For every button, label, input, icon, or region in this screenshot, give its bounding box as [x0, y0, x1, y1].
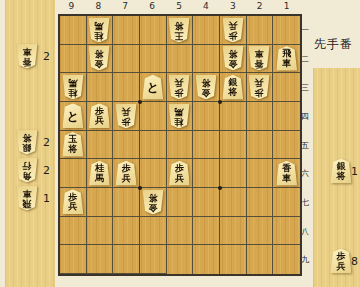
square-1二[interactable]: 飛車 [273, 45, 300, 74]
square-1九[interactable] [273, 245, 300, 274]
file-label-1: 1 [273, 1, 300, 11]
turn-indicator: 先手番 [314, 36, 353, 53]
square-2八[interactable] [247, 217, 274, 246]
square-1四[interactable] [273, 102, 300, 131]
square-3四[interactable] [220, 102, 247, 131]
sente-hand-count-銀将: 1 [351, 165, 358, 178]
square-8七[interactable] [87, 188, 114, 217]
file-label-5: 5 [166, 1, 193, 11]
square-9九[interactable] [60, 245, 87, 274]
gote-hand-飛車[interactable]: 飛車 [16, 185, 38, 211]
gote-piece-桂馬[interactable]: 桂馬 [89, 17, 110, 42]
sente-piece-と[interactable]: と [62, 103, 83, 128]
square-9七[interactable]: 歩兵 [60, 188, 87, 217]
square-2二[interactable]: 香車 [247, 45, 274, 74]
star-point [138, 186, 142, 190]
square-8三[interactable] [87, 73, 114, 102]
shogi-board: 桂馬王将歩兵金将金将香車飛車桂馬と歩兵金将銀将歩兵と歩兵歩兵桂馬玉将桂馬歩兵歩兵… [58, 14, 302, 276]
square-3七[interactable] [220, 188, 247, 217]
square-7二[interactable] [113, 45, 140, 74]
square-6七[interactable]: 金将 [140, 188, 167, 217]
square-6一[interactable] [140, 16, 167, 45]
file-label-9: 9 [58, 1, 85, 11]
gote-hand-銀将[interactable]: 銀将 [16, 129, 38, 155]
square-5七[interactable] [167, 188, 194, 217]
gote-piece-金将[interactable]: 金将 [89, 46, 110, 71]
square-2四[interactable] [247, 102, 274, 131]
square-1七[interactable] [273, 188, 300, 217]
square-3五[interactable] [220, 131, 247, 160]
square-2三[interactable]: 歩兵 [247, 73, 274, 102]
square-4五[interactable] [193, 131, 220, 160]
square-2七[interactable] [247, 188, 274, 217]
square-6八[interactable] [140, 217, 167, 246]
square-5八[interactable] [167, 217, 194, 246]
square-7一[interactable] [113, 16, 140, 45]
sente-piece-玉将[interactable]: 玉将 [62, 132, 83, 157]
square-7八[interactable] [113, 217, 140, 246]
gote-piece-歩兵[interactable]: 歩兵 [249, 75, 270, 100]
square-6三[interactable]: と [140, 73, 167, 102]
square-5四[interactable]: 桂馬 [167, 102, 194, 131]
star-point [218, 186, 222, 190]
square-4三[interactable]: 金将 [193, 73, 220, 102]
square-7三[interactable] [113, 73, 140, 102]
gote-hand-count-香車: 2 [43, 50, 50, 63]
square-9六[interactable] [60, 159, 87, 188]
gote-piece-桂馬[interactable]: 桂馬 [169, 103, 190, 128]
gote-hand-count-銀将: 2 [43, 136, 50, 149]
sente-piece-香車[interactable]: 香車 [276, 161, 297, 186]
square-8六[interactable]: 桂馬 [87, 159, 114, 188]
square-9八[interactable] [60, 217, 87, 246]
square-2一[interactable] [247, 16, 274, 45]
gote-piece-香車[interactable]: 香車 [17, 44, 38, 69]
square-3八[interactable] [220, 217, 247, 246]
square-1八[interactable] [273, 217, 300, 246]
square-8九[interactable] [87, 245, 114, 274]
gote-hand-count-飛車: 1 [43, 192, 50, 205]
file-label-6: 6 [139, 1, 166, 11]
square-8八[interactable] [87, 217, 114, 246]
sente-piece-飛車[interactable]: 飛車 [276, 46, 297, 71]
square-5五[interactable] [167, 131, 194, 160]
gote-piece-飛車[interactable]: 飛車 [17, 186, 38, 211]
square-4七[interactable] [193, 188, 220, 217]
sente-piece-歩兵[interactable]: 歩兵 [89, 103, 110, 128]
square-4九[interactable] [193, 245, 220, 274]
square-1一[interactable] [273, 16, 300, 45]
square-3九[interactable] [220, 245, 247, 274]
square-9五[interactable]: 玉将 [60, 131, 87, 160]
square-5一[interactable]: 王将 [167, 16, 194, 45]
star-point [218, 100, 222, 104]
square-3二[interactable]: 金将 [220, 45, 247, 74]
file-label-2: 2 [246, 1, 273, 11]
sente-piece-歩兵[interactable]: 歩兵 [62, 189, 83, 214]
gote-piece-歩兵[interactable]: 歩兵 [222, 17, 243, 42]
sente-piece-歩兵[interactable]: 歩兵 [331, 249, 352, 274]
gote-piece-金将[interactable]: 金将 [222, 46, 243, 71]
square-3三[interactable]: 銀将 [220, 73, 247, 102]
square-6四[interactable] [140, 102, 167, 131]
gote-piece-金将[interactable]: 金将 [142, 189, 163, 214]
file-labels: 987654321 [58, 1, 300, 11]
sente-piece-歩兵[interactable]: 歩兵 [169, 161, 190, 186]
square-8四[interactable]: 歩兵 [87, 102, 114, 131]
square-9三[interactable]: 桂馬 [60, 73, 87, 102]
square-1六[interactable]: 香車 [273, 159, 300, 188]
sente-piece-銀将[interactable]: 銀将 [222, 75, 243, 100]
gote-piece-王将[interactable]: 王将 [169, 17, 190, 42]
square-7五[interactable] [113, 131, 140, 160]
gote-hand-香車[interactable]: 香車 [16, 43, 38, 69]
gote-piece-歩兵[interactable]: 歩兵 [169, 75, 190, 100]
square-7七[interactable] [113, 188, 140, 217]
gote-piece-銀将[interactable]: 銀将 [17, 130, 38, 155]
square-2五[interactable] [247, 131, 274, 160]
square-4二[interactable] [193, 45, 220, 74]
square-2九[interactable] [247, 245, 274, 274]
shogi-app: 987654321 一二三四五六七八九 先手番 桂馬王将歩兵金将金将香車飛車桂馬… [0, 0, 360, 287]
square-6九[interactable] [140, 245, 167, 274]
gote-piece-桂馬[interactable]: 桂馬 [62, 75, 83, 100]
file-label-4: 4 [192, 1, 219, 11]
file-label-3: 3 [219, 1, 246, 11]
sente-piece-桂馬[interactable]: 桂馬 [89, 161, 110, 186]
gote-piece-角行[interactable]: 角行 [17, 158, 38, 183]
square-5二[interactable] [167, 45, 194, 74]
square-1五[interactable] [273, 131, 300, 160]
square-5六[interactable]: 歩兵 [167, 159, 194, 188]
square-3六[interactable] [220, 159, 247, 188]
square-5三[interactable]: 歩兵 [167, 73, 194, 102]
square-9四[interactable]: と [60, 102, 87, 131]
sente-piece-銀将[interactable]: 銀将 [331, 159, 352, 184]
square-7六[interactable]: 歩兵 [113, 159, 140, 188]
file-label-7: 7 [112, 1, 139, 11]
square-9一[interactable] [60, 16, 87, 45]
sente-hand-歩兵[interactable]: 歩兵 [330, 248, 352, 274]
square-1三[interactable] [273, 73, 300, 102]
square-7四[interactable]: 歩兵 [113, 102, 140, 131]
square-4四[interactable] [193, 102, 220, 131]
star-point [138, 100, 142, 104]
file-label-8: 8 [85, 1, 112, 11]
square-3一[interactable]: 歩兵 [220, 16, 247, 45]
sente-piece-歩兵[interactable]: 歩兵 [116, 161, 137, 186]
square-6二[interactable] [140, 45, 167, 74]
square-2六[interactable] [247, 159, 274, 188]
square-4八[interactable] [193, 217, 220, 246]
square-8一[interactable]: 桂馬 [87, 16, 114, 45]
square-4六[interactable] [193, 159, 220, 188]
gote-hand-count-角行: 2 [43, 164, 50, 177]
square-6六[interactable] [140, 159, 167, 188]
sente-piece-と[interactable]: と [142, 75, 163, 100]
square-8二[interactable]: 金将 [87, 45, 114, 74]
gote-piece-金将[interactable]: 金将 [196, 75, 217, 100]
sente-hand-銀将[interactable]: 銀将 [330, 158, 352, 184]
square-9二[interactable] [60, 45, 87, 74]
square-6五[interactable] [140, 131, 167, 160]
square-8五[interactable] [87, 131, 114, 160]
square-7九[interactable] [113, 245, 140, 274]
square-5九[interactable] [167, 245, 194, 274]
square-4一[interactable] [193, 16, 220, 45]
gote-piece-香車[interactable]: 香車 [249, 46, 270, 71]
gote-piece-歩兵[interactable]: 歩兵 [116, 103, 137, 128]
gote-hand-角行[interactable]: 角行 [16, 157, 38, 183]
sente-hand-count-歩兵: 8 [351, 255, 358, 268]
